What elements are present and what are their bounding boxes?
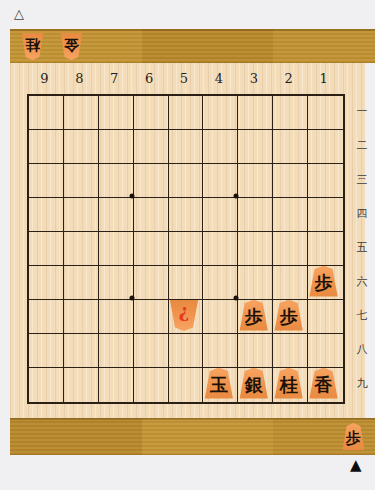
square-9六[interactable] xyxy=(29,266,64,300)
piece-glyph: 玉 xyxy=(210,376,228,394)
square-5六[interactable] xyxy=(169,266,204,300)
square-8七[interactable] xyxy=(64,300,99,334)
rank-label-一: 一 xyxy=(351,94,373,128)
square-7四[interactable] xyxy=(99,198,134,232)
square-3三[interactable] xyxy=(238,164,273,198)
square-8二[interactable] xyxy=(64,130,99,164)
square-6三[interactable] xyxy=(134,164,169,198)
file-label-6: 6 xyxy=(132,71,167,86)
square-8九[interactable] xyxy=(64,368,99,402)
square-7五[interactable] xyxy=(99,232,134,266)
square-9九[interactable] xyxy=(29,368,64,402)
piece-glyph: 香 xyxy=(315,376,333,394)
piece-glyph: 金 xyxy=(64,37,79,52)
piece-金[interactable]: 金 xyxy=(60,33,83,60)
piece-glyph: 銀 xyxy=(245,376,263,394)
square-7八[interactable] xyxy=(99,334,134,368)
square-1五[interactable] xyxy=(308,232,343,266)
square-8三[interactable] xyxy=(64,164,99,198)
gote-hand-tray: 桂金 xyxy=(10,29,375,63)
square-5五[interactable] xyxy=(169,232,204,266)
square-2三[interactable] xyxy=(273,164,308,198)
square-4二[interactable] xyxy=(203,130,238,164)
square-2五[interactable] xyxy=(273,232,308,266)
square-6九[interactable] xyxy=(134,368,169,402)
rank-label-三: 三 xyxy=(351,162,373,196)
square-1三[interactable] xyxy=(308,164,343,198)
square-1一[interactable] xyxy=(308,96,343,130)
square-4五[interactable] xyxy=(203,232,238,266)
piece-glyph: 桂 xyxy=(25,37,40,52)
piece-glyph: 歩 xyxy=(245,308,263,326)
piece-歩[interactable]: 歩 xyxy=(342,423,365,450)
square-3六[interactable] xyxy=(238,266,273,300)
square-1四[interactable] xyxy=(308,198,343,232)
square-1七[interactable] xyxy=(308,300,343,334)
square-7一[interactable] xyxy=(99,96,134,130)
square-2六[interactable] xyxy=(273,266,308,300)
square-4四[interactable] xyxy=(203,198,238,232)
square-1二[interactable] xyxy=(308,130,343,164)
square-8五[interactable] xyxy=(64,232,99,266)
star-point xyxy=(234,296,239,301)
square-4一[interactable] xyxy=(203,96,238,130)
shogi-board: 987654321 一二三四五六七八九 歩?歩歩玉銀桂香 xyxy=(10,63,365,418)
file-label-1: 1 xyxy=(306,71,341,86)
square-7七[interactable] xyxy=(99,300,134,334)
rank-label-九: 九 xyxy=(351,366,373,400)
file-label-2: 2 xyxy=(271,71,306,86)
square-5八[interactable] xyxy=(169,334,204,368)
square-6七[interactable] xyxy=(134,300,169,334)
file-label-9: 9 xyxy=(27,71,62,86)
square-1八[interactable] xyxy=(308,334,343,368)
square-7九[interactable] xyxy=(99,368,134,402)
square-2二[interactable] xyxy=(273,130,308,164)
file-label-8: 8 xyxy=(62,71,97,86)
rank-label-八: 八 xyxy=(351,332,373,366)
square-9二[interactable] xyxy=(29,130,64,164)
square-2四[interactable] xyxy=(273,198,308,232)
rank-label-六: 六 xyxy=(351,264,373,298)
square-8一[interactable] xyxy=(64,96,99,130)
square-3五[interactable] xyxy=(238,232,273,266)
square-8四[interactable] xyxy=(64,198,99,232)
rank-label-四: 四 xyxy=(351,196,373,230)
square-9三[interactable] xyxy=(29,164,64,198)
square-3二[interactable] xyxy=(238,130,273,164)
star-point xyxy=(129,296,134,301)
piece-桂[interactable]: 桂 xyxy=(21,33,44,60)
file-label-5: 5 xyxy=(167,71,202,86)
square-6四[interactable] xyxy=(134,198,169,232)
square-9四[interactable] xyxy=(29,198,64,232)
square-8八[interactable] xyxy=(64,334,99,368)
square-6一[interactable] xyxy=(134,96,169,130)
square-2八[interactable] xyxy=(273,334,308,368)
piece-glyph: 桂 xyxy=(280,376,298,394)
square-6六[interactable] xyxy=(134,266,169,300)
square-4三[interactable] xyxy=(203,164,238,198)
square-6二[interactable] xyxy=(134,130,169,164)
square-2一[interactable] xyxy=(273,96,308,130)
sente-hand-tray: 歩 xyxy=(10,418,375,455)
square-4八[interactable] xyxy=(203,334,238,368)
file-labels: 987654321 xyxy=(27,71,341,86)
square-9八[interactable] xyxy=(29,334,64,368)
square-5一[interactable] xyxy=(169,96,204,130)
rank-labels: 一二三四五六七八九 xyxy=(351,94,373,400)
square-5二[interactable] xyxy=(169,130,204,164)
square-9五[interactable] xyxy=(29,232,64,266)
square-3四[interactable] xyxy=(238,198,273,232)
square-4六[interactable] xyxy=(203,266,238,300)
square-5三[interactable] xyxy=(169,164,204,198)
file-label-4: 4 xyxy=(201,71,236,86)
square-7三[interactable] xyxy=(99,164,134,198)
star-point xyxy=(129,194,134,199)
file-label-7: 7 xyxy=(97,71,132,86)
rank-label-二: 二 xyxy=(351,128,373,162)
square-4七[interactable] xyxy=(203,300,238,334)
file-label-3: 3 xyxy=(236,71,271,86)
piece-glyph: 歩 xyxy=(315,274,333,292)
board-grid xyxy=(27,94,345,404)
piece-glyph: 歩 xyxy=(280,308,298,326)
square-8六[interactable] xyxy=(64,266,99,300)
square-3一[interactable] xyxy=(238,96,273,130)
square-5四[interactable] xyxy=(169,198,204,232)
piece-glyph: 歩 xyxy=(346,431,361,446)
sente-turn-marker: ▲ xyxy=(350,458,362,473)
gote-turn-marker: △ xyxy=(14,7,24,20)
square-6五[interactable] xyxy=(134,232,169,266)
shogi-app-screen: △ 桂金 987654321 一二三四五六七八九 歩?歩歩玉銀桂香 歩 ▲ xyxy=(0,0,375,490)
star-point xyxy=(234,194,239,199)
square-3八[interactable] xyxy=(238,334,273,368)
rank-label-七: 七 xyxy=(351,298,373,332)
square-6八[interactable] xyxy=(134,334,169,368)
square-9一[interactable] xyxy=(29,96,64,130)
square-9七[interactable] xyxy=(29,300,64,334)
square-5九[interactable] xyxy=(169,368,204,402)
square-7六[interactable] xyxy=(99,266,134,300)
rank-label-五: 五 xyxy=(351,230,373,264)
square-7二[interactable] xyxy=(99,130,134,164)
piece-glyph: ? xyxy=(179,304,190,322)
